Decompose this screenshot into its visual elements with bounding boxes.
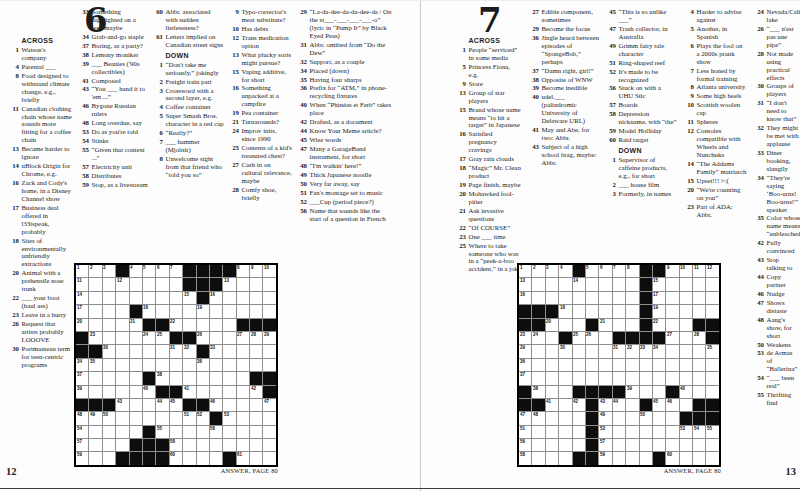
clue-number: 29	[528, 25, 542, 33]
clue: 55“Given that context ...”	[78, 146, 148, 162]
white-cell: 23	[519, 332, 531, 344]
clue: 44Know Your Meme article?	[296, 127, 392, 135]
black-cell	[156, 452, 168, 464]
white-cell	[680, 305, 692, 317]
white-cell: 25	[156, 332, 168, 344]
black-cell	[263, 372, 275, 384]
clue-number: 58	[78, 172, 92, 180]
white-cell	[103, 305, 115, 317]
white-cell	[666, 426, 678, 438]
white-cell	[116, 359, 128, 371]
black-cell	[76, 345, 88, 357]
cell-number: 14	[573, 278, 578, 283]
cell-number: 2	[90, 265, 93, 270]
clue-text: Canadian clothing chain whose name sound…	[22, 105, 73, 145]
clue-text: Drafted, as a document	[310, 118, 393, 126]
white-cell	[250, 278, 262, 290]
clue-number: 1	[152, 61, 166, 77]
cell-number: 18	[560, 305, 565, 310]
clue: 41May and Abe, for two: Abbr.	[528, 126, 600, 142]
white-cell	[653, 372, 665, 384]
clue: 5Princess Fiona, e.g.	[455, 63, 521, 79]
white-cell	[626, 439, 638, 451]
white-cell: 43	[116, 399, 128, 411]
cell-number: 45	[653, 399, 658, 404]
white-cell: 47	[263, 399, 275, 411]
white-cell	[130, 345, 142, 357]
white-cell: 22	[653, 319, 665, 331]
white-cell: 34	[653, 345, 665, 357]
white-cell	[586, 292, 598, 304]
white-cell	[210, 372, 222, 384]
clue-text: “The Addams Family” matriarch	[697, 160, 748, 176]
white-cell: 27	[666, 332, 678, 344]
white-cell: 53	[223, 412, 235, 424]
black-cell	[586, 386, 598, 398]
white-cell	[89, 452, 101, 464]
white-cell	[573, 412, 585, 424]
white-cell	[250, 305, 262, 317]
white-cell	[116, 319, 128, 331]
white-cell: 12	[706, 265, 718, 277]
white-cell	[156, 292, 168, 304]
white-cell	[156, 278, 168, 290]
clue-list-header: DOWN	[619, 147, 678, 154]
cell-number: 42	[573, 399, 578, 404]
clue: 9Some high heels	[683, 92, 747, 100]
clue-text: Abbr. omitted from “Do the Dew”	[310, 41, 393, 57]
white-cell: 42	[250, 386, 262, 398]
white-cell	[626, 452, 638, 464]
clue-number: 27	[228, 161, 242, 185]
white-cell	[573, 426, 585, 438]
black-cell	[519, 319, 531, 331]
white-cell	[613, 319, 625, 331]
clue-number: 22	[8, 294, 22, 310]
cell-number: 37	[77, 372, 82, 377]
cell-number: 36	[197, 359, 202, 364]
cell-number: 11	[77, 278, 82, 283]
cell-number: 19	[653, 305, 658, 310]
clue-text: Become the focus	[542, 25, 601, 33]
white-cell	[237, 412, 249, 424]
clue-number: 24	[228, 127, 242, 143]
black-cell	[170, 332, 182, 344]
white-cell	[546, 412, 558, 424]
clue-text: Electricity unit	[92, 163, 149, 171]
clue: 46Nudge	[753, 290, 799, 298]
clue: 4Coffee container	[152, 103, 224, 111]
clue-number: 46	[78, 102, 92, 118]
clue: 15Brand whose name means “to hit a targe…	[455, 106, 521, 130]
clue: 37Boring, as a party?	[78, 42, 148, 50]
clue-column: 27Edible component, sometimes29Become th…	[528, 8, 600, 168]
cell-number: 52	[197, 412, 202, 417]
cell-number: 4	[560, 265, 563, 270]
cell-number: 54	[77, 426, 82, 431]
clue-column: 4Harder to advise against5Another, in Sp…	[683, 8, 747, 219]
clue-text: Nevada/California lake	[767, 8, 800, 24]
white-cell	[223, 305, 235, 317]
clue: 50Very far away, say	[296, 180, 392, 188]
clue-text: Subject of a high school brag, maybe: Ab…	[542, 143, 601, 167]
answer-note: ANSWER, PAGE 80	[517, 467, 721, 474]
white-cell	[210, 452, 222, 464]
white-cell: 33	[640, 345, 652, 357]
clue-number: 15	[228, 68, 242, 84]
white-cell	[599, 359, 611, 371]
clue-text: “Magic” Mr. Clean product	[469, 164, 522, 180]
clue-text: Crossword with a second layer, e.g.	[166, 87, 225, 103]
clue-text: Shows distaste	[767, 299, 800, 315]
white-cell	[666, 412, 678, 424]
black-cell	[640, 305, 652, 317]
white-cell	[706, 372, 718, 384]
crossword-grid: 1234567891011121314151617181920212223242…	[517, 263, 721, 467]
white-cell: 46	[210, 399, 222, 411]
white-cell	[197, 452, 209, 464]
cell-number: 6	[157, 265, 160, 270]
clue-number: 8	[683, 83, 697, 91]
clue-number: 42	[296, 118, 310, 126]
white-cell: 44	[156, 399, 168, 411]
cell-number: 22	[170, 319, 175, 324]
clue: 19Pea container	[228, 109, 292, 117]
white-cell	[210, 332, 222, 344]
clue-text: Animal with a prehensile nose trunk	[22, 269, 73, 293]
white-cell: 15	[183, 292, 195, 304]
white-cell: 40	[680, 386, 692, 398]
cell-number: 8	[627, 265, 630, 270]
clue-number: 27	[528, 8, 542, 24]
white-cell	[532, 359, 544, 371]
clue: 34Grab-and-go staple	[78, 33, 148, 41]
white-cell: 36	[197, 359, 209, 371]
clue-number: 52	[605, 68, 619, 84]
clue-number: 26	[753, 25, 767, 49]
clue-number: 5	[455, 63, 469, 79]
white-cell	[183, 359, 195, 371]
white-cell: 55	[156, 426, 168, 438]
clue: 6Plays the fool on a 2000s prank show	[683, 42, 747, 66]
white-cell: 21	[130, 319, 142, 331]
white-cell	[532, 452, 544, 464]
white-cell: 43	[599, 399, 611, 411]
cell-number: 61	[237, 452, 242, 457]
white-cell	[223, 426, 235, 438]
cell-number: 25	[157, 332, 162, 337]
white-cell	[680, 452, 692, 464]
white-cell	[573, 372, 585, 384]
black-cell	[532, 319, 544, 331]
white-cell: 41	[183, 386, 195, 398]
clue-text: “This is so unlike ___”	[619, 8, 678, 24]
bottom-rule	[0, 488, 800, 489]
clue-text: Less honed by formal training	[697, 67, 748, 83]
black-cell	[706, 412, 718, 424]
white-cell	[156, 412, 168, 424]
clue-number: 36	[296, 84, 310, 100]
white-cell	[546, 345, 558, 357]
white-cell: 60	[170, 452, 182, 464]
clue: 43Stop talking to	[753, 256, 799, 272]
white-cell: 13	[519, 278, 531, 290]
clue: 1Supervisor of caffeine products, e.g., …	[605, 156, 677, 180]
clue-number: 8	[152, 155, 166, 179]
clue: 6“Really?”	[152, 129, 224, 137]
clue: 29Become the focus	[528, 25, 600, 33]
white-cell	[130, 399, 142, 411]
white-cell	[210, 305, 222, 317]
white-cell	[130, 292, 142, 304]
clue-text: Become inedible	[542, 84, 601, 92]
clue: 34Placed (down)	[296, 67, 392, 75]
cell-number: 51	[184, 412, 189, 417]
clue: 34“They're saying ‘Boo-urns! Boo-urns!'”…	[753, 174, 799, 214]
white-cell	[626, 292, 638, 304]
clue-number: 34	[296, 67, 310, 75]
clue: 13What plucky sorts might pursue?	[228, 51, 292, 67]
white-cell: 44	[613, 399, 625, 411]
clue-text: Sites of environmentally unfriendly extr…	[22, 237, 73, 269]
answer-note: ANSWER, PAGE 80	[74, 467, 278, 474]
clue: 29“La-da-dee-da-da-dee-da / On the st___…	[296, 8, 392, 40]
cell-number: 17	[77, 305, 82, 310]
white-cell	[89, 372, 101, 384]
clue-number: 37	[528, 67, 542, 75]
white-cell	[143, 292, 155, 304]
black-cell	[223, 452, 235, 464]
clue-text: Boards	[619, 101, 678, 109]
white-cell	[693, 278, 705, 290]
white-cell	[613, 292, 625, 304]
white-cell: 9	[250, 265, 262, 277]
clue-text: Brand whose name means “to hit a target”…	[469, 106, 522, 130]
clue-text: Abbr. associated with sudden listlessnes…	[166, 8, 225, 32]
clue: 23Part of ADA: Abbr.	[683, 203, 747, 219]
white-cell	[640, 426, 652, 438]
white-cell	[573, 319, 585, 331]
clue-number: 59	[605, 127, 619, 135]
clue: 13Became harder to ignore	[8, 145, 72, 161]
clue: 44Copy partner	[753, 273, 799, 289]
white-cell: 14	[573, 278, 585, 290]
clue: 5Another, in Spanish	[683, 25, 747, 41]
clue-number: 60	[605, 136, 619, 144]
white-cell	[263, 439, 275, 451]
clue-number: 15	[455, 106, 469, 130]
white-cell: 12	[116, 278, 128, 290]
white-cell	[532, 439, 544, 451]
cell-number: 3	[546, 265, 549, 270]
white-cell: 10	[680, 265, 692, 277]
clue-text: Boring, as a party?	[92, 42, 149, 50]
clue: 3Crossword with a second layer, e.g.	[152, 87, 224, 103]
white-cell: 38	[156, 372, 168, 384]
black-cell	[640, 399, 652, 411]
white-cell	[613, 372, 625, 384]
white-cell	[640, 372, 652, 384]
white-cell	[210, 319, 222, 331]
cell-number: 33	[640, 345, 645, 350]
clue-number: 30	[753, 82, 767, 98]
cell-number: 12	[707, 265, 712, 270]
clue-text: Pea container	[242, 109, 293, 117]
white-cell	[640, 452, 652, 464]
white-cell	[626, 426, 638, 438]
white-cell: 45	[170, 399, 182, 411]
cell-number: 21	[130, 319, 135, 324]
white-cell: 40	[143, 386, 155, 398]
clue: 15Vaping additive, for short	[228, 68, 292, 84]
clue: 28Comfy shoe, briefly	[228, 186, 292, 202]
clue-text: Stop, as a livestream	[92, 181, 149, 189]
white-cell	[223, 332, 235, 344]
white-cell	[89, 305, 101, 317]
black-cell	[143, 439, 155, 451]
clue-text: Trash collector, in Australia	[619, 25, 678, 41]
clue: 35Color whose name means “unbleached”	[753, 214, 799, 238]
clue-number: 4	[152, 103, 166, 111]
white-cell	[170, 278, 182, 290]
clue: 20Animal with a prehensile nose trunk	[8, 269, 72, 293]
cell-number: 58	[170, 439, 175, 444]
white-cell	[170, 359, 182, 371]
clue-text: Princess Fiona, e.g.	[469, 63, 522, 79]
clue-number: 38	[78, 51, 92, 59]
white-cell: 16	[210, 292, 222, 304]
white-cell	[170, 426, 182, 438]
cell-number: 50	[103, 412, 108, 417]
white-cell	[116, 386, 128, 398]
white-cell	[626, 319, 638, 331]
white-cell: 31	[170, 345, 182, 357]
clue-column: 45“This is so unlike ___”47Trash collect…	[605, 8, 677, 199]
white-cell	[223, 319, 235, 331]
clue: 20Mohawked fool-pitier	[455, 190, 521, 206]
clue-number: 41	[528, 126, 542, 142]
clue-number: 19	[455, 181, 469, 189]
clue: 61Letters implied on Canadian street sig…	[152, 33, 224, 49]
clue-number: 4	[683, 8, 697, 24]
black-cell	[263, 319, 275, 331]
cell-number: 49	[90, 412, 95, 417]
black-cell	[197, 292, 209, 304]
cell-number: 12	[117, 278, 122, 283]
clue-number: 26	[8, 320, 22, 344]
clue: 56Name that sounds like the start of a q…	[296, 207, 392, 223]
white-cell: 61	[237, 452, 249, 464]
clue: 12Consoles compatible with Wheels and Nu…	[683, 127, 747, 159]
black-cell	[586, 439, 598, 451]
black-cell	[170, 386, 182, 398]
clue-text: Contents of a kid's treasured chest?	[242, 144, 293, 160]
clue-number: 33	[753, 149, 767, 173]
white-cell: 54	[693, 426, 705, 438]
black-cell	[706, 399, 718, 411]
cell-number: 31	[170, 345, 175, 350]
white-cell	[89, 292, 101, 304]
clue-number: 18	[455, 164, 469, 180]
white-cell	[143, 278, 155, 290]
clue: 53Do as you're told	[78, 128, 148, 136]
white-cell	[653, 426, 665, 438]
cell-number: 22	[653, 319, 658, 324]
clue-text: Where to take someone who was in a “peek…	[469, 242, 522, 274]
white-cell	[89, 439, 101, 451]
clue: 59Stop, as a livestream	[78, 181, 148, 189]
white-cell	[559, 292, 571, 304]
clue-text: Cash in on cultural relevance, maybe	[242, 161, 293, 185]
white-cell: 35	[89, 359, 101, 371]
white-cell: 23	[89, 332, 101, 344]
white-cell	[170, 412, 182, 424]
white-cell	[130, 372, 142, 384]
clue-number: 57	[78, 163, 92, 171]
clue-number: 16	[228, 84, 242, 108]
white-cell: 34	[76, 359, 88, 371]
clue-text: udel.___ (palindromic University of Dela…	[542, 93, 601, 125]
black-cell	[559, 332, 571, 344]
clue: 38Lemony moniker	[78, 51, 148, 59]
white-cell	[103, 452, 115, 464]
page-7: 7 ACROSS1People “serviced” in some media…	[421, 1, 800, 491]
white-cell	[156, 305, 168, 317]
clue-text: Groups of players	[767, 82, 800, 98]
clue-number: 32	[753, 124, 767, 148]
white-cell	[237, 292, 249, 304]
clue: 30Portmanteau term for teen-centric prog…	[8, 345, 72, 369]
clue: 54Stinks	[78, 137, 148, 145]
white-cell	[546, 439, 558, 451]
black-cell	[586, 412, 598, 424]
white-cell: 28	[250, 332, 262, 344]
clue-number: 23	[8, 311, 22, 319]
puzzle-number: 7	[478, 3, 502, 37]
white-cell	[250, 292, 262, 304]
white-cell	[640, 439, 652, 451]
white-cell: 39	[76, 386, 88, 398]
cell-number: 51	[520, 426, 525, 431]
clue-text: Turnarounds?	[242, 118, 293, 126]
clue: 16Satisfied pregnancy cravings	[455, 130, 521, 154]
white-cell	[223, 359, 235, 371]
clue-text: Plays the fool on a 2000s prank show	[697, 42, 748, 66]
clue-text: Something highlighted on a test, maybe	[92, 8, 149, 32]
clue-text: Another, in Spanish	[697, 25, 748, 41]
white-cell: 32	[626, 345, 638, 357]
clue: 18Sites of environmentally unfriendly ex…	[8, 237, 72, 269]
clue-text: Consoles compatible with Wheels and Nunc…	[697, 127, 748, 159]
cell-number: 40	[143, 386, 148, 391]
white-cell: 58	[519, 452, 531, 464]
clue-text: Typo-corrector's meat substitute?	[242, 8, 293, 24]
white-cell	[613, 278, 625, 290]
cell-number: 34	[77, 359, 82, 364]
white-cell: 58	[170, 439, 182, 451]
white-cell	[666, 345, 678, 357]
white-cell: 32	[183, 345, 195, 357]
cell-number: 60	[170, 452, 175, 457]
white-cell	[170, 372, 182, 384]
black-cell	[626, 332, 638, 344]
clue: 11Canadian clothing chain whose name sou…	[8, 105, 72, 145]
clue-number: 58	[605, 110, 619, 126]
white-cell: 27	[237, 332, 249, 344]
cell-number: 24	[533, 332, 538, 337]
black-cell	[693, 319, 705, 331]
white-cell	[197, 386, 209, 398]
